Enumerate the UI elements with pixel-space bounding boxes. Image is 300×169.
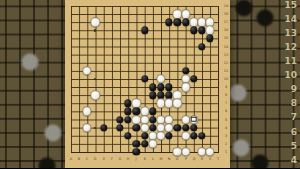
column-label-T: T bbox=[217, 157, 219, 160]
backdrop-row-number-9: 9 bbox=[267, 85, 297, 94]
column-label-F: F bbox=[111, 157, 113, 160]
column-label-Q: Q bbox=[192, 157, 195, 160]
row-label-15: 15 bbox=[223, 37, 227, 40]
row-label-1: 1 bbox=[224, 150, 226, 153]
row-label-13: 13 bbox=[223, 53, 227, 56]
backdrop-row-number-10: 10 bbox=[267, 71, 297, 80]
row-label-18: 18 bbox=[223, 12, 227, 15]
go-app-screenshot: 151413121110987654 ABCDEFGHJKLMNOPQRST 1… bbox=[0, 0, 300, 168]
backdrop-grid-lines bbox=[0, 0, 65, 168]
row-label-2: 2 bbox=[224, 142, 226, 145]
row-label-5: 5 bbox=[224, 118, 226, 121]
backdrop-row-number-13: 13 bbox=[267, 29, 297, 38]
backdrop-left bbox=[0, 0, 65, 168]
column-label-D: D bbox=[94, 157, 97, 160]
row-label-14: 14 bbox=[223, 45, 227, 48]
column-label-S: S bbox=[209, 157, 211, 160]
backdrop-row-number-12: 12 bbox=[267, 43, 297, 52]
column-label-H: H bbox=[127, 157, 130, 160]
column-label-B: B bbox=[78, 157, 80, 160]
backdrop-row-number-14: 14 bbox=[267, 15, 297, 24]
row-label-11: 11 bbox=[223, 69, 227, 72]
row-label-7: 7 bbox=[224, 102, 226, 105]
backdrop-row-number-8: 8 bbox=[267, 99, 297, 108]
column-label-P: P bbox=[184, 157, 186, 160]
row-label-19: 19 bbox=[223, 4, 227, 7]
backdrop-stone bbox=[45, 125, 62, 142]
column-label-E: E bbox=[102, 157, 104, 160]
column-label-R: R bbox=[201, 157, 203, 160]
row-label-4: 4 bbox=[224, 126, 226, 129]
column-label-L: L bbox=[152, 157, 154, 160]
backdrop-row-number-4: 4 bbox=[267, 156, 297, 165]
black-stone-J1 bbox=[133, 148, 140, 155]
column-label-G: G bbox=[119, 157, 122, 160]
row-label-10: 10 bbox=[223, 77, 227, 80]
backdrop-row-number-7: 7 bbox=[267, 113, 297, 122]
row-label-3: 3 bbox=[224, 134, 226, 137]
row-label-16: 16 bbox=[223, 29, 227, 32]
backdrop-stone bbox=[39, 158, 56, 169]
goban[interactable] bbox=[65, 0, 230, 168]
column-label-M: M bbox=[159, 157, 162, 160]
row-label-8: 8 bbox=[224, 93, 226, 96]
backdrop-stone bbox=[230, 85, 247, 102]
backdrop-row-number-6: 6 bbox=[267, 128, 297, 137]
backdrop-row-number-11: 11 bbox=[267, 57, 297, 66]
column-label-K: K bbox=[143, 157, 145, 160]
row-label-12: 12 bbox=[223, 61, 227, 64]
row-label-9: 9 bbox=[224, 85, 226, 88]
column-label-C: C bbox=[86, 157, 88, 160]
row-label-6: 6 bbox=[224, 110, 226, 113]
backdrop-stone bbox=[252, 155, 269, 169]
backdrop-row-number-15: 15 bbox=[267, 1, 297, 10]
backdrop-stone bbox=[22, 54, 39, 71]
white-stone-P1 bbox=[181, 147, 190, 156]
column-label-N: N bbox=[168, 157, 171, 160]
white-stone-S1 bbox=[205, 147, 214, 156]
backdrop-row-number-5: 5 bbox=[267, 142, 297, 151]
go-board-panel: ABCDEFGHJKLMNOPQRST 19181716151413121110… bbox=[65, 0, 230, 168]
backdrop-right: 151413121110987654 bbox=[230, 0, 300, 168]
column-label-O: O bbox=[176, 157, 179, 160]
backdrop-stone bbox=[236, 0, 253, 17]
backdrop-stone bbox=[233, 140, 250, 157]
column-label-A: A bbox=[69, 157, 71, 160]
row-label-17: 17 bbox=[223, 20, 227, 23]
move-marker-icon bbox=[191, 117, 196, 122]
